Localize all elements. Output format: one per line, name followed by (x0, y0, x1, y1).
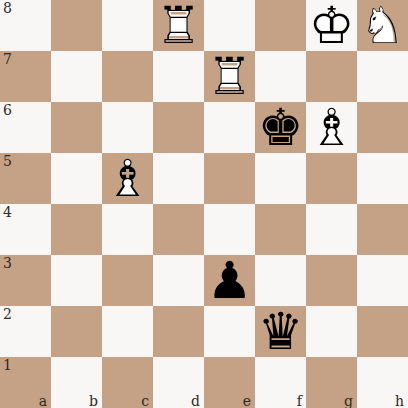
queen-glyph: ♛ (255, 306, 306, 357)
rank-label-2: 2 (3, 306, 12, 323)
square-h5[interactable] (357, 153, 408, 204)
rank-label-4: 4 (3, 204, 12, 221)
square-f4[interactable] (255, 204, 306, 255)
square-g5[interactable] (306, 153, 357, 204)
square-e3[interactable]: ♟ (204, 255, 255, 306)
square-g4[interactable] (306, 204, 357, 255)
square-d3[interactable] (153, 255, 204, 306)
square-e2[interactable] (204, 306, 255, 357)
square-b2[interactable] (51, 306, 102, 357)
file-label-a: a (39, 393, 47, 408)
square-f3[interactable] (255, 255, 306, 306)
square-f1[interactable]: f (255, 357, 306, 408)
square-g2[interactable] (306, 306, 357, 357)
square-a3[interactable]: 3 (0, 255, 51, 306)
square-b4[interactable] (51, 204, 102, 255)
rook-outline-glyph: ♖ (153, 0, 204, 51)
square-h6[interactable] (357, 102, 408, 153)
square-a6[interactable]: 6 (0, 102, 51, 153)
square-d7[interactable] (153, 51, 204, 102)
white-king-g8: ♚♔ (306, 0, 357, 51)
rank-label-5: 5 (3, 153, 12, 170)
knight-outline-glyph: ♘ (357, 0, 408, 51)
file-label-e: e (243, 393, 251, 408)
square-f6[interactable]: ♚ (255, 102, 306, 153)
square-g3[interactable] (306, 255, 357, 306)
square-b6[interactable] (51, 102, 102, 153)
square-c8[interactable] (102, 0, 153, 51)
square-d5[interactable] (153, 153, 204, 204)
rank-label-3: 3 (3, 255, 12, 272)
bishop-outline-glyph: ♗ (102, 153, 153, 204)
square-b5[interactable] (51, 153, 102, 204)
file-label-d: d (191, 393, 200, 408)
square-a1[interactable]: 1a (0, 357, 51, 408)
square-b8[interactable] (51, 0, 102, 51)
square-a7[interactable]: 7 (0, 51, 51, 102)
square-e6[interactable] (204, 102, 255, 153)
square-e4[interactable] (204, 204, 255, 255)
file-label-h: h (395, 393, 404, 408)
square-e8[interactable] (204, 0, 255, 51)
square-c6[interactable] (102, 102, 153, 153)
rank-label-8: 8 (3, 0, 12, 17)
square-b3[interactable] (51, 255, 102, 306)
pawn-glyph: ♟ (204, 255, 255, 306)
square-a5[interactable]: 5 (0, 153, 51, 204)
square-e1[interactable]: e (204, 357, 255, 408)
square-h3[interactable] (357, 255, 408, 306)
black-queen-f2: ♛ (255, 306, 306, 357)
rank-label-7: 7 (3, 51, 12, 68)
square-d6[interactable] (153, 102, 204, 153)
square-c4[interactable] (102, 204, 153, 255)
king-glyph: ♚ (255, 102, 306, 153)
white-bishop-g6: ♝♗ (306, 102, 357, 153)
file-label-f: f (297, 393, 302, 408)
square-a2[interactable]: 2 (0, 306, 51, 357)
square-c5[interactable]: ♝♗ (102, 153, 153, 204)
black-pawn-e3: ♟ (204, 255, 255, 306)
bishop-outline-glyph: ♗ (306, 102, 357, 153)
square-f8[interactable] (255, 0, 306, 51)
square-f2[interactable]: ♛ (255, 306, 306, 357)
square-d2[interactable] (153, 306, 204, 357)
king-outline-glyph: ♔ (306, 0, 357, 51)
square-c2[interactable] (102, 306, 153, 357)
square-e7[interactable]: ♜♖ (204, 51, 255, 102)
file-label-b: b (89, 393, 98, 408)
rank-label-1: 1 (3, 357, 12, 374)
white-bishop-c5: ♝♗ (102, 153, 153, 204)
white-rook-e7: ♜♖ (204, 51, 255, 102)
square-h8[interactable]: ♞♘ (357, 0, 408, 51)
rook-outline-glyph: ♖ (204, 51, 255, 102)
square-c7[interactable] (102, 51, 153, 102)
square-c3[interactable] (102, 255, 153, 306)
square-g1[interactable]: g (306, 357, 357, 408)
rank-label-6: 6 (3, 102, 12, 119)
square-a8[interactable]: 8 (0, 0, 51, 51)
file-label-c: c (141, 393, 149, 408)
square-b1[interactable]: b (51, 357, 102, 408)
square-g7[interactable] (306, 51, 357, 102)
square-g8[interactable]: ♚♔ (306, 0, 357, 51)
white-knight-h8: ♞♘ (357, 0, 408, 51)
square-d4[interactable] (153, 204, 204, 255)
square-c1[interactable]: c (102, 357, 153, 408)
square-f7[interactable] (255, 51, 306, 102)
square-h4[interactable] (357, 204, 408, 255)
square-h7[interactable] (357, 51, 408, 102)
square-d8[interactable]: ♜♖ (153, 0, 204, 51)
black-king-f6: ♚ (255, 102, 306, 153)
chess-board: 8♜♖♚♔♞♘7♜♖6♚♝♗5♝♗43♟2♛1abcdefgh (0, 0, 408, 408)
square-d1[interactable]: d (153, 357, 204, 408)
square-a4[interactable]: 4 (0, 204, 51, 255)
square-e5[interactable] (204, 153, 255, 204)
file-label-g: g (344, 393, 353, 408)
square-h2[interactable] (357, 306, 408, 357)
square-h1[interactable]: h (357, 357, 408, 408)
white-rook-d8: ♜♖ (153, 0, 204, 51)
square-b7[interactable] (51, 51, 102, 102)
square-f5[interactable] (255, 153, 306, 204)
square-g6[interactable]: ♝♗ (306, 102, 357, 153)
